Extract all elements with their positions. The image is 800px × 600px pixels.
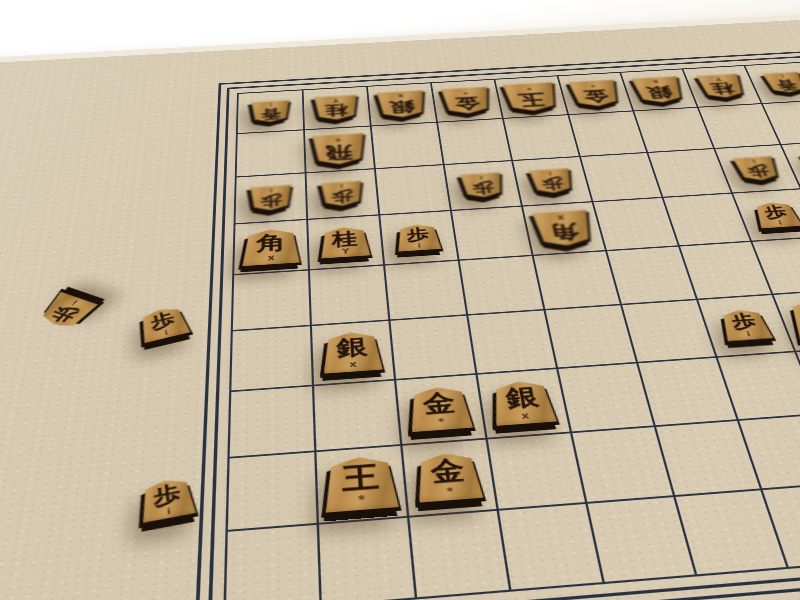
piece-move-mark: x — [556, 214, 565, 222]
piece-move-mark: i — [751, 159, 756, 164]
piece-wood-face: 香| — [251, 100, 290, 123]
square-6c[interactable]: 歩i — [445, 161, 523, 211]
piece-wood-face: 銀x — [631, 76, 686, 104]
piece-桂[interactable]: 桂Y — [696, 74, 747, 99]
piece-move-mark: Y — [332, 98, 339, 103]
piece-move-mark: i — [167, 506, 172, 515]
square-7g[interactable]: 金* — [396, 374, 488, 445]
piece-move-mark: Y — [342, 248, 349, 255]
square-6f[interactable] — [468, 310, 558, 374]
piece-wood-face: 金* — [414, 451, 483, 503]
piece-engraving: 玉* — [515, 85, 547, 109]
piece-kanji: 銀 — [336, 336, 368, 360]
piece-歩[interactable]: 歩i — [529, 168, 575, 194]
piece-engraving: 桂Y — [332, 230, 359, 256]
square-8d[interactable]: 桂Y — [308, 216, 385, 271]
piece-engraving: 桂Y — [707, 76, 736, 96]
square-9g[interactable] — [230, 386, 317, 458]
piece-engraving: 角x — [256, 232, 286, 262]
piece-move-mark: * — [462, 89, 468, 95]
piece-engraving: 銀x — [336, 336, 369, 370]
piece-歩[interactable]: 歩i — [321, 181, 364, 208]
square-9b[interactable] — [237, 130, 307, 177]
mdf-board-panel: 歩i歩i歩i 香|桂Y銀x金*玉*金*銀x桂Y香|飛+歩i歩i歩i歩i歩i歩i角… — [0, 12, 800, 600]
piece-銀[interactable]: 銀x — [489, 379, 557, 426]
piece-wood-face: 歩i — [35, 292, 97, 332]
piece-move-mark: * — [525, 85, 532, 91]
piece-engraving: 銀x — [388, 92, 415, 114]
square-8c[interactable]: 歩i — [306, 169, 380, 220]
piece-wood-face: 銀x — [489, 379, 557, 426]
piece-engraving: 歩i — [47, 296, 87, 325]
square-7e[interactable] — [385, 261, 468, 320]
piece-kanji: 歩 — [406, 226, 430, 242]
piece-kanji: 歩 — [729, 312, 758, 330]
piece-kanji: 歩 — [331, 189, 353, 204]
piece-wood-face: 桂Y — [696, 74, 747, 99]
piece-銀[interactable]: 銀x — [322, 330, 383, 373]
piece-engraving: 歩i — [742, 158, 771, 178]
piece-move-mark: x — [397, 93, 404, 99]
piece-engraving: 銀x — [642, 78, 674, 100]
piece-wood-face: 金* — [407, 385, 473, 432]
square-7i[interactable] — [409, 511, 511, 598]
piece-move-mark: * — [438, 417, 446, 427]
piece-move-mark: i — [778, 220, 783, 226]
piece-銀[interactable]: 銀x — [631, 76, 686, 104]
piece-wood-face: 歩i — [250, 185, 292, 212]
piece-wood-face: 桂Y — [320, 226, 370, 259]
piece-kanji: 銀 — [645, 85, 674, 101]
square-7h[interactable]: 金* — [403, 439, 499, 517]
piece-engraving: 歩i — [406, 226, 431, 249]
piece-engraving: 香| — [771, 73, 798, 90]
square-8b[interactable]: 飛+ — [305, 126, 376, 173]
piece-kanji: 金 — [430, 457, 466, 486]
piece-wood-face: 歩i — [717, 308, 773, 341]
piece-engraving: 歩i — [330, 183, 353, 204]
square-9d[interactable]: 角x — [234, 220, 310, 275]
piece-move-mark: i — [269, 188, 272, 193]
square-7d[interactable]: 歩i — [380, 211, 459, 266]
piece-engraving: 金* — [579, 82, 610, 104]
square-7b[interactable] — [372, 123, 445, 170]
square-6d[interactable] — [452, 207, 534, 261]
piece-wood-face: 銀x — [322, 330, 383, 373]
piece-engraving: 歩i — [470, 174, 495, 195]
square-9h[interactable] — [228, 452, 319, 532]
piece-wood-face: 桂Y — [314, 95, 359, 121]
piece-桂[interactable]: 桂Y — [314, 95, 359, 121]
piece-move-mark: i — [340, 183, 343, 188]
square-8f[interactable]: 銀x — [312, 320, 396, 385]
piece-kanji: 玉 — [517, 91, 547, 108]
piece-move-mark: i — [479, 175, 483, 180]
piece-王[interactable]: 王* — [324, 455, 399, 513]
square-6b[interactable] — [438, 119, 513, 165]
piece-角[interactable]: 角x — [532, 210, 595, 248]
board-border-inner: 香|桂Y銀x金*玉*金*銀x桂Y香|飛+歩i歩i歩i歩i歩i歩i角x桂Y歩i角x… — [207, 55, 800, 600]
piece-move-mark: i — [417, 243, 421, 249]
piece-wood-face: 歩i — [529, 168, 575, 194]
piece-move-mark: x — [267, 253, 275, 261]
piece-wood-face: 王* — [324, 455, 399, 513]
piece-move-mark: | — [269, 102, 272, 107]
square-9e[interactable] — [233, 271, 312, 331]
piece-歩[interactable]: 歩i — [751, 201, 800, 229]
piece-kanji: 歩 — [471, 181, 495, 196]
square-8e[interactable] — [310, 266, 390, 326]
piece-角[interactable]: 角x — [242, 228, 299, 267]
piece-kanji: 歩 — [540, 176, 564, 191]
piece-engraving: 歩i — [260, 187, 282, 208]
piece-歩[interactable]: 歩i — [137, 304, 190, 343]
piece-wood-face: 金* — [568, 79, 622, 107]
square-9i[interactable] — [226, 525, 322, 600]
piece-engraving: 王* — [341, 462, 381, 507]
piece-engraving: 金* — [430, 457, 468, 498]
piece-玉[interactable]: 玉* — [502, 82, 560, 112]
board-border-outer: 香|桂Y銀x金*玉*金*銀x桂Y香|飛+歩i歩i歩i歩i歩i歩i角x桂Y歩i角x… — [194, 50, 800, 600]
piece-金[interactable]: 金* — [414, 451, 483, 503]
piece-move-mark: i — [746, 331, 752, 338]
piece-kanji: 金 — [422, 391, 457, 417]
piece-wood-face: 金* — [441, 86, 493, 114]
square-6e[interactable] — [460, 256, 546, 315]
square-6g[interactable]: 銀x — [478, 369, 573, 440]
piece-wood-face: 歩i — [396, 223, 442, 252]
square-7f[interactable] — [390, 315, 477, 380]
piece-kanji: 桂 — [709, 82, 736, 96]
piece-歩[interactable]: 歩i — [460, 172, 505, 198]
square-8g[interactable] — [314, 380, 402, 452]
square-6h[interactable] — [488, 433, 588, 511]
piece-move-mark: + — [334, 136, 343, 143]
piece-move-mark: Y — [714, 76, 722, 81]
square-8h[interactable]: 王* — [316, 446, 409, 525]
piece-kanji: 角 — [548, 222, 581, 243]
piece-engraving: 桂Y — [324, 97, 348, 117]
square-7a[interactable]: 銀x — [368, 83, 438, 126]
piece-香[interactable]: 香| — [251, 100, 290, 123]
piece-kanji: 歩 — [260, 193, 282, 208]
piece-歩[interactable]: 歩i — [250, 185, 292, 212]
square-5b[interactable] — [504, 115, 581, 161]
photo-scene: 歩i歩i歩i 香|桂Y銀x金*玉*金*銀x桂Y香|飛+歩i歩i歩i歩i歩i歩i角… — [0, 0, 800, 600]
piece-move-mark: * — [446, 486, 454, 497]
piece-kanji: 王 — [341, 462, 380, 494]
piece-歩[interactable]: 歩i — [717, 308, 773, 341]
piece-move-mark: | — [780, 74, 785, 78]
piece-kanji: 歩 — [745, 164, 771, 178]
square-5c[interactable]: 歩i — [513, 157, 594, 207]
square-8a[interactable]: 桂Y — [304, 87, 372, 131]
piece-銀[interactable]: 銀x — [377, 90, 427, 119]
piece-engraving: 歩i — [762, 204, 792, 226]
square-9c[interactable]: 歩i — [235, 173, 308, 224]
square-7c[interactable] — [376, 165, 452, 215]
piece-歩[interactable]: 歩i — [35, 292, 97, 332]
piece-kanji: 桂 — [332, 230, 358, 248]
piece-wood-face: 歩i — [733, 156, 782, 181]
piece-move-mark: * — [589, 82, 595, 88]
piece-move-mark: i — [71, 299, 79, 306]
piece-kanji: 銀 — [389, 99, 416, 115]
piece-kanji: 歩 — [762, 204, 789, 219]
piece-歩[interactable]: 歩i — [140, 475, 196, 522]
piece-engraving: 飛+ — [325, 136, 353, 161]
piece-wood-face: 角x — [242, 228, 299, 267]
piece-kanji: 香 — [260, 107, 280, 120]
square-5d[interactable]: 角x — [523, 202, 607, 256]
piece-金[interactable]: 金* — [441, 86, 493, 114]
piece-kanji: 銀 — [504, 385, 540, 411]
piece-engraving: 歩i — [539, 170, 565, 191]
piece-engraving: 香| — [260, 102, 280, 120]
piece-wood-face: 歩i — [460, 172, 505, 198]
piece-engraving: 金* — [452, 89, 481, 111]
piece-move-mark: x — [520, 411, 529, 421]
piece-金[interactable]: 金* — [568, 79, 622, 107]
square-9f[interactable] — [231, 326, 314, 392]
piece-桂[interactable]: 桂Y — [320, 226, 370, 259]
piece-wood-face: 銀x — [377, 90, 427, 119]
piece-wood-face: 香| — [762, 72, 800, 94]
square-8i[interactable] — [319, 518, 417, 600]
square-6i[interactable] — [499, 504, 605, 590]
piece-move-mark: x — [651, 79, 659, 85]
piece-kanji: 金 — [453, 95, 480, 111]
piece-wood-face: 角x — [532, 210, 595, 248]
piece-wood-face: 歩i — [137, 304, 190, 343]
piece-move-mark: * — [358, 494, 366, 506]
piece-wood-face: 歩i — [321, 181, 364, 208]
piece-kanji: 金 — [581, 88, 610, 104]
piece-香[interactable]: 香| — [762, 72, 800, 94]
piece-engraving: 歩i — [729, 312, 761, 338]
piece-kanji: 香 — [774, 79, 798, 91]
piece-engraving: 角x — [546, 213, 581, 242]
square-6a[interactable]: 金* — [432, 80, 504, 123]
piece-engraving: 歩i — [152, 481, 183, 517]
piece-kanji: 歩 — [47, 303, 81, 325]
piece-kanji: 角 — [256, 232, 285, 253]
piece-engraving: 歩i — [149, 309, 179, 338]
piece-kanji: 飛 — [325, 143, 353, 161]
piece-kanji: 歩 — [152, 481, 181, 507]
piece-飛[interactable]: 飛+ — [312, 133, 366, 166]
piece-wood-face: 歩i — [140, 475, 196, 522]
piece-move-mark: x — [349, 360, 357, 369]
piece-金[interactable]: 金* — [407, 385, 473, 432]
piece-歩[interactable]: 歩i — [396, 223, 442, 252]
shogi-board: 香|桂Y銀x金*玉*金*銀x桂Y香|飛+歩i歩i歩i歩i歩i歩i角x桂Y歩i角x… — [223, 61, 800, 600]
piece-engraving: 銀x — [504, 385, 542, 422]
piece-kanji: 歩 — [149, 309, 177, 330]
piece-kanji: 桂 — [325, 103, 348, 117]
piece-engraving: 金* — [422, 391, 458, 428]
square-5a[interactable]: 玉* — [495, 76, 569, 119]
square-9a[interactable]: 香| — [238, 90, 305, 134]
piece-wood-face: 飛+ — [312, 133, 366, 166]
piece-wood-face: 歩i — [751, 201, 800, 229]
piece-move-mark: i — [548, 171, 552, 176]
piece-move-mark: i — [164, 329, 169, 336]
piece-歩[interactable]: 歩i — [733, 156, 782, 181]
piece-wood-face: 玉* — [502, 82, 560, 112]
